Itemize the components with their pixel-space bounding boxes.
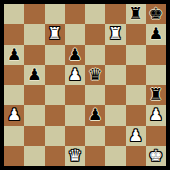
square-a3[interactable]: ♟ <box>4 105 24 125</box>
square-c8[interactable] <box>45 4 65 24</box>
square-d2[interactable] <box>65 126 85 146</box>
square-h4[interactable]: ♜ <box>146 85 166 105</box>
square-f7[interactable]: ♜ <box>105 24 125 44</box>
square-a5[interactable] <box>4 65 24 85</box>
square-f8[interactable] <box>105 4 125 24</box>
square-h3[interactable]: ♟ <box>146 105 166 125</box>
square-f6[interactable] <box>105 45 125 65</box>
square-f2[interactable] <box>105 126 125 146</box>
square-c1[interactable] <box>45 146 65 166</box>
square-f3[interactable] <box>105 105 125 125</box>
square-c2[interactable] <box>45 126 65 146</box>
square-a6[interactable]: ♟ <box>4 45 24 65</box>
black-pawn: ♟ <box>7 46 21 62</box>
square-e3[interactable]: ♟ <box>85 105 105 125</box>
square-h6[interactable] <box>146 45 166 65</box>
square-e2[interactable] <box>85 126 105 146</box>
square-a4[interactable] <box>4 85 24 105</box>
square-g7[interactable] <box>126 24 146 44</box>
square-d3[interactable] <box>65 105 85 125</box>
black-pawn: ♟ <box>68 46 82 62</box>
square-b4[interactable] <box>24 85 44 105</box>
square-e1[interactable] <box>85 146 105 166</box>
square-c7[interactable]: ♜ <box>45 24 65 44</box>
chess-board-frame: ♜♚♜♜♟♟♟♟♟♛♜♟♟♟♟♛♚ <box>0 0 170 170</box>
black-king: ♚ <box>149 6 163 22</box>
black-pawn: ♟ <box>88 107 102 123</box>
square-e4[interactable] <box>85 85 105 105</box>
square-c3[interactable] <box>45 105 65 125</box>
white-queen: ♛ <box>68 147 82 163</box>
square-d7[interactable] <box>65 24 85 44</box>
square-c6[interactable] <box>45 45 65 65</box>
square-h5[interactable] <box>146 65 166 85</box>
square-d6[interactable]: ♟ <box>65 45 85 65</box>
square-h8[interactable]: ♚ <box>146 4 166 24</box>
white-king: ♚ <box>149 147 163 163</box>
black-rook: ♜ <box>149 87 163 103</box>
square-b6[interactable] <box>24 45 44 65</box>
square-g3[interactable] <box>126 105 146 125</box>
square-b2[interactable] <box>24 126 44 146</box>
chess-board: ♜♚♜♜♟♟♟♟♟♛♜♟♟♟♟♛♚ <box>4 4 166 166</box>
square-b1[interactable] <box>24 146 44 166</box>
square-g4[interactable] <box>126 85 146 105</box>
square-f5[interactable] <box>105 65 125 85</box>
square-c4[interactable] <box>45 85 65 105</box>
square-d5[interactable]: ♟ <box>65 65 85 85</box>
square-a8[interactable] <box>4 4 24 24</box>
square-e5[interactable]: ♛ <box>85 65 105 85</box>
square-g5[interactable] <box>126 65 146 85</box>
square-b5[interactable]: ♟ <box>24 65 44 85</box>
black-rook: ♜ <box>128 6 142 22</box>
square-g8[interactable]: ♜ <box>126 4 146 24</box>
square-e8[interactable] <box>85 4 105 24</box>
square-g6[interactable] <box>126 45 146 65</box>
white-rook: ♜ <box>47 26 61 42</box>
white-pawn: ♟ <box>68 66 82 82</box>
square-c5[interactable] <box>45 65 65 85</box>
white-pawn: ♟ <box>149 107 163 123</box>
square-g1[interactable] <box>126 146 146 166</box>
square-a1[interactable] <box>4 146 24 166</box>
square-a7[interactable] <box>4 24 24 44</box>
white-rook: ♜ <box>108 26 122 42</box>
square-d1[interactable]: ♛ <box>65 146 85 166</box>
white-pawn: ♟ <box>7 107 21 123</box>
square-b7[interactable] <box>24 24 44 44</box>
square-h7[interactable]: ♟ <box>146 24 166 44</box>
square-e7[interactable] <box>85 24 105 44</box>
square-a2[interactable] <box>4 126 24 146</box>
black-pawn: ♟ <box>149 26 163 42</box>
square-d4[interactable] <box>65 85 85 105</box>
square-h1[interactable]: ♚ <box>146 146 166 166</box>
black-queen: ♛ <box>88 66 102 82</box>
white-pawn: ♟ <box>128 127 142 143</box>
square-f4[interactable] <box>105 85 125 105</box>
square-b8[interactable] <box>24 4 44 24</box>
square-h2[interactable] <box>146 126 166 146</box>
square-g2[interactable]: ♟ <box>126 126 146 146</box>
square-e6[interactable] <box>85 45 105 65</box>
square-b3[interactable] <box>24 105 44 125</box>
black-pawn: ♟ <box>27 66 41 82</box>
square-f1[interactable] <box>105 146 125 166</box>
square-d8[interactable] <box>65 4 85 24</box>
